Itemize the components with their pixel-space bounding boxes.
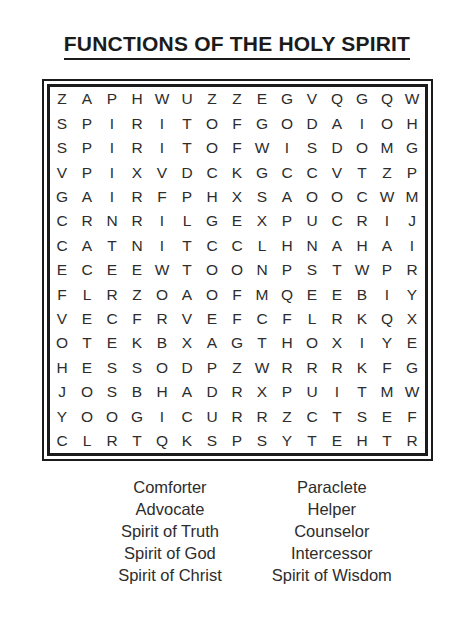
grid-cell-r14c15: F — [400, 404, 425, 428]
grid-cell-r10c1: V — [50, 307, 75, 331]
grid-cell-r5c8: X — [225, 185, 250, 209]
grid-cell-r6c14: I — [375, 209, 400, 233]
grid-cell-r9c14: I — [375, 282, 400, 306]
grid-cell-r12c5: O — [150, 355, 175, 379]
grid-cell-r5c9: S — [250, 185, 275, 209]
grid-cell-r8c10: P — [275, 258, 300, 282]
grid-cell-r15c15: R — [400, 428, 425, 452]
grid-cell-r10c15: X — [400, 307, 425, 331]
grid-cell-r1c2: A — [75, 87, 100, 111]
grid-cell-r9c4: Z — [125, 282, 150, 306]
grid-cell-r14c13: S — [350, 404, 375, 428]
grid-cell-r6c6: L — [175, 209, 200, 233]
grid-cell-r9c6: A — [175, 282, 200, 306]
grid-cell-r12c9: W — [250, 355, 275, 379]
grid-cell-r12c10: R — [275, 355, 300, 379]
grid-cell-r12c6: D — [175, 355, 200, 379]
grid-cell-r1c10: G — [275, 87, 300, 111]
grid-cell-r14c6: C — [175, 404, 200, 428]
grid-cell-r10c2: E — [75, 307, 100, 331]
grid-cell-r12c8: Z — [225, 355, 250, 379]
grid-cell-r14c4: G — [125, 404, 150, 428]
grid-cell-r7c9: L — [250, 233, 275, 257]
grid-cell-r3c13: O — [350, 136, 375, 160]
grid-cell-r4c7: C — [200, 160, 225, 184]
grid-cell-r14c5: I — [150, 404, 175, 428]
grid-cell-r10c11: L — [300, 307, 325, 331]
grid-cell-r6c9: X — [250, 209, 275, 233]
grid-cell-r10c8: F — [225, 307, 250, 331]
grid-cell-r1c7: Z — [200, 87, 225, 111]
grid-cell-r9c11: E — [300, 282, 325, 306]
grid-cell-r3c15: G — [400, 136, 425, 160]
grid-cell-r4c9: G — [250, 160, 275, 184]
grid-cell-r7c7: C — [200, 233, 225, 257]
grid-cell-r1c8: Z — [225, 87, 250, 111]
grid-cell-r1c11: V — [300, 87, 325, 111]
grid-cell-r14c1: Y — [50, 404, 75, 428]
grid-cell-r4c5: V — [150, 160, 175, 184]
puzzle-title: FUNCTIONS OF THE HOLY SPIRIT — [64, 32, 410, 60]
grid-cell-r2c3: I — [100, 111, 125, 135]
grid-cell-r6c2: R — [75, 209, 100, 233]
grid-cell-r15c6: K — [175, 428, 200, 452]
grid-cell-r6c11: U — [300, 209, 325, 233]
grid-cell-r5c1: G — [50, 185, 75, 209]
grid-cell-r11c11: O — [300, 331, 325, 355]
grid-cell-r5c6: P — [175, 185, 200, 209]
grid-cell-r13c11: U — [300, 380, 325, 404]
grid-cell-r15c1: C — [50, 428, 75, 452]
word-list-left: ComforterAdvocateSpirit of TruthSpirit o… — [118, 476, 222, 586]
grid-cell-r7c14: A — [375, 233, 400, 257]
grid-cell-r12c11: R — [300, 355, 325, 379]
grid-cell-r2c2: P — [75, 111, 100, 135]
grid-cell-r10c5: R — [150, 307, 175, 331]
grid-cell-r11c13: I — [350, 331, 375, 355]
grid-cell-r13c6: A — [175, 380, 200, 404]
word-item: Intercessor — [291, 542, 373, 564]
grid-cell-r1c9: E — [250, 87, 275, 111]
grid-cell-r3c14: M — [375, 136, 400, 160]
grid-cell-r13c13: T — [350, 380, 375, 404]
grid-cell-r5c15: M — [400, 185, 425, 209]
grid-cell-r8c13: W — [350, 258, 375, 282]
grid-cell-r4c1: V — [50, 160, 75, 184]
grid-cell-r12c1: H — [50, 355, 75, 379]
grid-cell-r12c2: E — [75, 355, 100, 379]
grid-cell-r14c2: O — [75, 404, 100, 428]
grid-cell-r14c7: U — [200, 404, 225, 428]
word-item: Counselor — [294, 520, 369, 542]
grid-cell-r8c3: E — [100, 258, 125, 282]
grid-cell-r7c5: I — [150, 233, 175, 257]
grid-cell-r4c2: P — [75, 160, 100, 184]
grid-cell-r15c5: Q — [150, 428, 175, 452]
grid-cell-r4c12: V — [325, 160, 350, 184]
word-item: Comforter — [133, 476, 206, 498]
grid-cell-r3c5: I — [150, 136, 175, 160]
grid-cell-r2c7: O — [200, 111, 225, 135]
grid-cell-r15c4: T — [125, 428, 150, 452]
grid-cell-r9c15: Y — [400, 282, 425, 306]
grid-cell-r1c15: W — [400, 87, 425, 111]
grid-cell-r4c11: C — [300, 160, 325, 184]
grid-cell-r2c5: I — [150, 111, 175, 135]
grid-cell-r7c11: N — [300, 233, 325, 257]
grid-cell-r8c4: E — [125, 258, 150, 282]
grid-cell-r14c8: R — [225, 404, 250, 428]
grid-cell-r7c15: I — [400, 233, 425, 257]
grid-cell-r4c8: K — [225, 160, 250, 184]
word-item: Spirit of Wisdom — [272, 564, 392, 586]
grid-cell-r3c11: S — [300, 136, 325, 160]
grid-cell-r3c6: T — [175, 136, 200, 160]
grid-cell-r2c8: F — [225, 111, 250, 135]
grid-cell-r5c5: F — [150, 185, 175, 209]
grid-cell-r11c1: O — [50, 331, 75, 355]
grid-cell-r12c4: S — [125, 355, 150, 379]
grid-cell-r13c4: B — [125, 380, 150, 404]
grid-cell-r5c12: O — [325, 185, 350, 209]
word-item: Helper — [308, 498, 357, 520]
grid-cell-r10c14: Q — [375, 307, 400, 331]
grid-cell-r15c11: T — [300, 428, 325, 452]
grid-cell-r8c11: S — [300, 258, 325, 282]
grid-cell-r11c14: Y — [375, 331, 400, 355]
grid-cell-r9c8: F — [225, 282, 250, 306]
grid-cell-r7c6: T — [175, 233, 200, 257]
word-item: Advocate — [136, 498, 205, 520]
grid-cell-r7c12: A — [325, 233, 350, 257]
grid-cell-r10c3: C — [100, 307, 125, 331]
grid-cell-r1c6: U — [175, 87, 200, 111]
grid-cell-r8c15: R — [400, 258, 425, 282]
grid-cell-r8c6: T — [175, 258, 200, 282]
grid-cell-r9c10: Q — [275, 282, 300, 306]
grid-cell-r6c5: I — [150, 209, 175, 233]
grid-cell-r15c3: R — [100, 428, 125, 452]
grid-cell-r11c12: X — [325, 331, 350, 355]
grid-cell-r2c11: D — [300, 111, 325, 135]
grid-cell-r4c14: Z — [375, 160, 400, 184]
grid-cell-r8c12: T — [325, 258, 350, 282]
grid-cell-r2c13: I — [350, 111, 375, 135]
grid-cell-r11c8: G — [225, 331, 250, 355]
grid-inner-frame: ZAPHWUZZEGVQGQWSPIRITOFGODAIOHSPIRITOFWI… — [47, 84, 428, 456]
word-item: Spirit of God — [124, 542, 216, 564]
grid-cell-r13c9: X — [250, 380, 275, 404]
grid-cell-r2c6: T — [175, 111, 200, 135]
grid-cell-r14c10: Z — [275, 404, 300, 428]
grid-cell-r5c7: H — [200, 185, 225, 209]
grid-cell-r1c4: H — [125, 87, 150, 111]
grid-cell-r8c5: W — [150, 258, 175, 282]
grid-cell-r3c3: I — [100, 136, 125, 160]
grid-cell-r5c3: I — [100, 185, 125, 209]
grid-cell-r13c15: W — [400, 380, 425, 404]
grid-cell-r2c1: S — [50, 111, 75, 135]
grid-cell-r8c2: C — [75, 258, 100, 282]
grid-cell-r13c8: R — [225, 380, 250, 404]
grid-cell-r11c15: E — [400, 331, 425, 355]
grid-cell-r13c5: H — [150, 380, 175, 404]
grid-cell-r9c9: M — [250, 282, 275, 306]
grid-cell-r4c10: C — [275, 160, 300, 184]
grid-cell-r7c1: C — [50, 233, 75, 257]
grid-cell-r7c4: N — [125, 233, 150, 257]
grid-cell-r10c10: F — [275, 307, 300, 331]
word-item: Paraclete — [297, 476, 367, 498]
grid-cell-r9c13: B — [350, 282, 375, 306]
grid-cell-r3c7: O — [200, 136, 225, 160]
grid-cell-r12c3: S — [100, 355, 125, 379]
grid-cell-r11c5: B — [150, 331, 175, 355]
grid-cell-r10c9: C — [250, 307, 275, 331]
grid-cell-r3c12: D — [325, 136, 350, 160]
grid-cell-r11c6: X — [175, 331, 200, 355]
grid-cell-r10c4: F — [125, 307, 150, 331]
grid-cell-r5c4: R — [125, 185, 150, 209]
grid-cell-r6c7: G — [200, 209, 225, 233]
grid-cell-r15c8: P — [225, 428, 250, 452]
word-item: Spirit of Christ — [118, 564, 222, 586]
grid-cell-r15c2: L — [75, 428, 100, 452]
grid-cell-r15c12: E — [325, 428, 350, 452]
grid-cell-r13c12: I — [325, 380, 350, 404]
grid-cell-r2c9: G — [250, 111, 275, 135]
grid-cell-r1c14: Q — [375, 87, 400, 111]
grid-cell-r6c3: N — [100, 209, 125, 233]
grid-cell-r8c1: E — [50, 258, 75, 282]
grid-cell-r12c12: R — [325, 355, 350, 379]
grid-cell-r13c10: P — [275, 380, 300, 404]
grid-cell-r12c14: F — [375, 355, 400, 379]
grid-cell-r13c14: M — [375, 380, 400, 404]
grid-cell-r7c2: A — [75, 233, 100, 257]
grid-cell-r8c8: O — [225, 258, 250, 282]
grid-cell-r3c8: F — [225, 136, 250, 160]
grid-cell-r8c7: O — [200, 258, 225, 282]
grid-cell-r15c9: S — [250, 428, 275, 452]
grid-cell-r11c2: T — [75, 331, 100, 355]
grid-cell-r12c7: P — [200, 355, 225, 379]
grid-cell-r2c4: R — [125, 111, 150, 135]
grid-cell-r7c10: H — [275, 233, 300, 257]
grid-cell-r9c3: R — [100, 282, 125, 306]
grid-cell-r11c7: A — [200, 331, 225, 355]
grid-cell-r14c12: T — [325, 404, 350, 428]
grid-cell-r3c4: R — [125, 136, 150, 160]
grid-cell-r9c12: E — [325, 282, 350, 306]
grid-cell-r6c13: R — [350, 209, 375, 233]
grid-cell-r11c4: K — [125, 331, 150, 355]
grid-cell-r5c2: A — [75, 185, 100, 209]
word-item: Spirit of Truth — [121, 520, 219, 542]
grid-cell-r13c2: O — [75, 380, 100, 404]
grid-cell-r14c9: R — [250, 404, 275, 428]
grid-cell-r1c12: Q — [325, 87, 350, 111]
grid-cell-r7c13: H — [350, 233, 375, 257]
grid-cell-r1c5: W — [150, 87, 175, 111]
grid-cell-r9c1: F — [50, 282, 75, 306]
grid-cell-r15c10: Y — [275, 428, 300, 452]
grid-cell-r11c10: H — [275, 331, 300, 355]
grid-cell-r8c9: N — [250, 258, 275, 282]
grid-cell-r11c3: E — [100, 331, 125, 355]
grid-cell-r3c9: W — [250, 136, 275, 160]
grid-cell-r2c10: O — [275, 111, 300, 135]
grid-cell-r6c1: C — [50, 209, 75, 233]
grid-cell-r1c1: Z — [50, 87, 75, 111]
grid-cell-r10c12: R — [325, 307, 350, 331]
grid-cell-r3c10: I — [275, 136, 300, 160]
grid-cell-r9c2: L — [75, 282, 100, 306]
grid-cell-r7c8: C — [225, 233, 250, 257]
grid-cell-r14c3: O — [100, 404, 125, 428]
grid-cell-r3c2: P — [75, 136, 100, 160]
grid-cell-r5c11: O — [300, 185, 325, 209]
grid-cell-r15c13: H — [350, 428, 375, 452]
grid-cell-r10c13: K — [350, 307, 375, 331]
grid-cell-r2c14: O — [375, 111, 400, 135]
word-search-grid: ZAPHWUZZEGVQGQWSPIRITOFGODAIOHSPIRITOFWI… — [50, 87, 425, 453]
grid-cell-r1c13: G — [350, 87, 375, 111]
grid-cell-r9c5: O — [150, 282, 175, 306]
word-list-right: ParacleteHelperCounselorIntercessorSpiri… — [272, 476, 392, 586]
grid-cell-r5c13: C — [350, 185, 375, 209]
grid-cell-r15c14: T — [375, 428, 400, 452]
grid-cell-r6c10: P — [275, 209, 300, 233]
grid-cell-r6c8: E — [225, 209, 250, 233]
grid-cell-r5c10: A — [275, 185, 300, 209]
grid-cell-r10c7: E — [200, 307, 225, 331]
grid-cell-r5c14: W — [375, 185, 400, 209]
grid-cell-r8c14: P — [375, 258, 400, 282]
grid-cell-r6c15: J — [400, 209, 425, 233]
grid-cell-r2c12: A — [325, 111, 350, 135]
grid-outer-frame: ZAPHWUZZEGVQGQWSPIRITOFGODAIOHSPIRITOFWI… — [42, 79, 433, 461]
worksheet-page: FUNCTIONS OF THE HOLY SPIRIT ZAPHWUZZEGV… — [0, 0, 474, 618]
grid-cell-r13c1: J — [50, 380, 75, 404]
grid-cell-r2c15: H — [400, 111, 425, 135]
grid-cell-r15c7: S — [200, 428, 225, 452]
grid-cell-r4c13: T — [350, 160, 375, 184]
grid-cell-r3c1: S — [50, 136, 75, 160]
grid-cell-r4c4: X — [125, 160, 150, 184]
grid-cell-r10c6: V — [175, 307, 200, 331]
grid-cell-r13c3: S — [100, 380, 125, 404]
grid-cell-r4c6: D — [175, 160, 200, 184]
grid-cell-r11c9: T — [250, 331, 275, 355]
word-list: ComforterAdvocateSpirit of TruthSpirit o… — [18, 476, 474, 586]
grid-cell-r14c14: E — [375, 404, 400, 428]
grid-cell-r13c7: D — [200, 380, 225, 404]
grid-cell-r12c13: K — [350, 355, 375, 379]
grid-cell-r6c4: R — [125, 209, 150, 233]
grid-cell-r1c3: P — [100, 87, 125, 111]
grid-cell-r7c3: T — [100, 233, 125, 257]
grid-cell-r9c7: O — [200, 282, 225, 306]
grid-cell-r4c15: P — [400, 160, 425, 184]
grid-cell-r4c3: I — [100, 160, 125, 184]
title-area: FUNCTIONS OF THE HOLY SPIRIT — [0, 0, 474, 60]
grid-cell-r14c11: C — [300, 404, 325, 428]
grid-cell-r12c15: G — [400, 355, 425, 379]
grid-cell-r6c12: C — [325, 209, 350, 233]
